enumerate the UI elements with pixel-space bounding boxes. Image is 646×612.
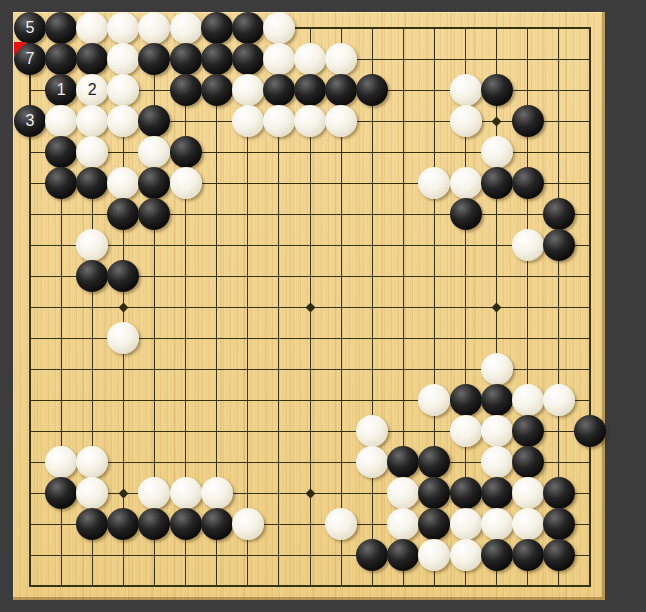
stone-black[interactable] <box>76 508 108 540</box>
stone-black[interactable] <box>543 539 575 571</box>
star-point <box>118 302 128 312</box>
stone-black[interactable] <box>232 43 264 75</box>
stone-white[interactable] <box>294 105 326 137</box>
stone-black[interactable] <box>512 415 544 447</box>
star-point <box>305 302 315 312</box>
stone-white[interactable] <box>543 384 575 416</box>
stone-white[interactable] <box>325 43 357 75</box>
stone-white[interactable] <box>512 229 544 261</box>
stone-black[interactable] <box>543 198 575 230</box>
stone-black[interactable] <box>201 508 233 540</box>
stone-white[interactable] <box>45 446 77 478</box>
stone-white[interactable] <box>107 322 139 354</box>
stone-white[interactable] <box>418 384 450 416</box>
stone-white[interactable] <box>325 508 357 540</box>
move-number-label: 5 <box>26 20 35 36</box>
stone-white[interactable] <box>232 508 264 540</box>
stone-white[interactable]: 2 <box>76 74 108 106</box>
stone-black[interactable] <box>45 167 77 199</box>
stone-white[interactable] <box>76 446 108 478</box>
stone-white[interactable] <box>76 229 108 261</box>
stone-white[interactable] <box>232 74 264 106</box>
stone-black[interactable] <box>138 105 170 137</box>
stone-white[interactable] <box>263 105 295 137</box>
stone-black[interactable] <box>294 74 326 106</box>
stone-black[interactable] <box>201 12 233 44</box>
move-number-label: 2 <box>88 82 97 98</box>
stone-black[interactable] <box>325 74 357 106</box>
stone-black[interactable] <box>170 43 202 75</box>
stone-black[interactable] <box>387 446 419 478</box>
stone-black[interactable] <box>170 136 202 168</box>
star-point <box>492 302 502 312</box>
stone-white[interactable] <box>170 167 202 199</box>
stone-white[interactable] <box>107 167 139 199</box>
stone-black[interactable] <box>481 539 513 571</box>
stone-black[interactable] <box>45 12 77 44</box>
stone-white[interactable] <box>325 105 357 137</box>
star-point <box>305 488 315 498</box>
grid-line-horizontal <box>29 245 591 246</box>
stone-white[interactable] <box>170 12 202 44</box>
stone-white[interactable] <box>356 446 388 478</box>
stone-black[interactable] <box>481 477 513 509</box>
stone-white[interactable] <box>450 167 482 199</box>
stone-black[interactable] <box>107 198 139 230</box>
stone-black[interactable] <box>543 229 575 261</box>
stone-white[interactable] <box>512 508 544 540</box>
stone-white[interactable] <box>387 477 419 509</box>
stone-white[interactable] <box>232 105 264 137</box>
stone-black[interactable] <box>450 198 482 230</box>
stone-black[interactable] <box>481 384 513 416</box>
stone-black[interactable] <box>450 384 482 416</box>
stone-white[interactable] <box>170 477 202 509</box>
stone-black[interactable]: 3 <box>14 105 46 137</box>
stone-white[interactable] <box>76 105 108 137</box>
stone-white[interactable] <box>107 12 139 44</box>
stone-black[interactable] <box>201 43 233 75</box>
stone-black[interactable] <box>356 74 388 106</box>
stone-black[interactable] <box>107 508 139 540</box>
stone-white[interactable] <box>481 508 513 540</box>
stone-white[interactable] <box>450 74 482 106</box>
stone-black[interactable] <box>138 43 170 75</box>
stone-black[interactable] <box>45 43 77 75</box>
stone-white[interactable] <box>512 384 544 416</box>
move-number-label: 1 <box>57 82 66 98</box>
stone-black[interactable] <box>170 74 202 106</box>
stone-black[interactable] <box>481 74 513 106</box>
stone-black[interactable] <box>512 167 544 199</box>
go-board[interactable]: 57123 <box>13 12 605 600</box>
stone-black[interactable] <box>76 43 108 75</box>
stone-black[interactable] <box>138 198 170 230</box>
stone-white[interactable] <box>201 477 233 509</box>
stone-white[interactable] <box>45 105 77 137</box>
stone-black[interactable] <box>512 446 544 478</box>
stone-black[interactable] <box>107 260 139 292</box>
stone-white[interactable] <box>138 477 170 509</box>
stone-white[interactable] <box>76 477 108 509</box>
stone-black[interactable] <box>45 477 77 509</box>
stone-black[interactable]: 5 <box>14 12 46 44</box>
go-app-window: 57123 <box>0 0 646 612</box>
stone-black[interactable] <box>138 508 170 540</box>
stone-black[interactable] <box>76 167 108 199</box>
stone-white[interactable] <box>263 43 295 75</box>
stone-black[interactable] <box>232 12 264 44</box>
stone-black[interactable] <box>418 446 450 478</box>
stone-black[interactable] <box>263 74 295 106</box>
star-point <box>118 488 128 498</box>
stone-black[interactable] <box>45 136 77 168</box>
stone-white[interactable] <box>138 12 170 44</box>
stone-black[interactable] <box>543 508 575 540</box>
grid-line-horizontal <box>29 585 591 587</box>
stone-white[interactable] <box>107 74 139 106</box>
stone-black[interactable] <box>450 477 482 509</box>
stone-black[interactable] <box>138 167 170 199</box>
stone-black[interactable]: 1 <box>45 74 77 106</box>
stone-white[interactable] <box>481 353 513 385</box>
stone-black[interactable] <box>418 508 450 540</box>
stone-black[interactable] <box>170 508 202 540</box>
stone-black[interactable] <box>512 105 544 137</box>
stone-white[interactable] <box>107 105 139 137</box>
stone-white[interactable] <box>450 539 482 571</box>
stone-white[interactable] <box>481 415 513 447</box>
stone-white[interactable] <box>450 508 482 540</box>
stone-white[interactable] <box>107 43 139 75</box>
stone-black[interactable] <box>543 477 575 509</box>
stone-white[interactable] <box>481 446 513 478</box>
stone-black[interactable] <box>387 539 419 571</box>
stone-white[interactable] <box>263 12 295 44</box>
stone-black[interactable] <box>574 415 606 447</box>
stone-white[interactable] <box>450 415 482 447</box>
stone-white[interactable] <box>356 415 388 447</box>
stone-black[interactable] <box>356 539 388 571</box>
stone-white[interactable] <box>387 508 419 540</box>
stone-black[interactable] <box>76 260 108 292</box>
stone-white[interactable] <box>481 136 513 168</box>
stone-black[interactable] <box>201 74 233 106</box>
stone-white[interactable] <box>76 12 108 44</box>
last-move-marker <box>14 42 27 55</box>
stone-white[interactable] <box>450 105 482 137</box>
stone-white[interactable] <box>294 43 326 75</box>
stone-white[interactable] <box>418 539 450 571</box>
stone-white[interactable] <box>418 167 450 199</box>
stone-black[interactable] <box>512 539 544 571</box>
stone-white[interactable] <box>138 136 170 168</box>
stone-black[interactable] <box>418 477 450 509</box>
star-point <box>492 116 502 126</box>
stone-white[interactable] <box>512 477 544 509</box>
stone-white[interactable] <box>76 136 108 168</box>
stone-black[interactable] <box>481 167 513 199</box>
move-number-label: 3 <box>26 113 35 129</box>
